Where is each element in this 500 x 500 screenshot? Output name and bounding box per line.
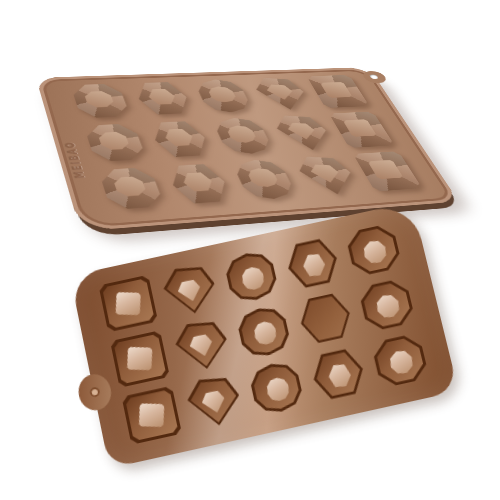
- bump-kite-gem: [250, 77, 313, 111]
- bump-octagon-gem: [82, 123, 148, 163]
- cavity-hexagon-gem: [283, 235, 343, 292]
- mold-cell: [165, 162, 234, 206]
- mold-cell: [172, 316, 232, 374]
- mold-cell: [283, 235, 343, 292]
- bump-grid: [69, 75, 422, 211]
- bump-square-gem: [353, 151, 423, 191]
- cavity-kite-gem: [160, 261, 220, 318]
- cavity-facet-layer: [116, 292, 141, 316]
- mold-cell: [306, 75, 369, 108]
- cavity-square-gem: [110, 330, 170, 388]
- bump-square-gem: [306, 75, 369, 108]
- mold-cell: [192, 79, 255, 114]
- cavity-round-gem: [221, 248, 281, 305]
- bump-round-gem: [230, 158, 300, 200]
- mold-cell: [295, 290, 356, 348]
- mold-cell: [270, 114, 336, 151]
- hang-hole: [89, 386, 101, 398]
- mold-cell: [234, 303, 295, 361]
- mold-cavity-view: [64, 214, 488, 498]
- mold-cell: [329, 111, 395, 148]
- bump-kite-gem: [292, 155, 362, 196]
- bump-hexagon-gem: [148, 120, 214, 159]
- embossed-brand-text: MEIBAO: [64, 141, 87, 178]
- cavity-round-gem: [234, 303, 295, 361]
- mold-cell: [230, 158, 300, 200]
- mold-cell: [356, 276, 417, 334]
- mold-cell: [221, 248, 281, 305]
- cavity-facet-layer: [298, 292, 353, 344]
- bump-hexagon-gem: [165, 162, 234, 206]
- cavity-kite-gem: [172, 316, 232, 374]
- bump-round-gem: [210, 117, 276, 155]
- mold-cell: [69, 83, 132, 119]
- cavity-octagon-gem: [343, 222, 403, 279]
- hang-hole: [369, 74, 379, 79]
- mold-cell: [250, 77, 313, 111]
- mold-cell: [99, 275, 159, 332]
- bump-octagon-gem: [97, 166, 166, 211]
- cavity-grid: [99, 222, 431, 445]
- mold-cell: [160, 261, 220, 318]
- mold-cell: [210, 117, 276, 155]
- mold-cell: [353, 151, 423, 191]
- mold-cell: [82, 123, 148, 163]
- cavity-square-gem: [99, 275, 159, 332]
- mold-underside-view: MEIBAO: [44, 10, 456, 228]
- cavity-facet-layer: [127, 347, 153, 371]
- mold-cell: [148, 120, 214, 159]
- bump-round-gem: [192, 79, 255, 114]
- bump-kite-gem: [270, 114, 336, 151]
- bump-octagon-gem: [69, 83, 132, 119]
- mold-cell: [110, 330, 170, 388]
- cavity-octagon-gem: [356, 276, 417, 334]
- hang-tab: [360, 71, 389, 84]
- cavity-hexagon-gem: [295, 290, 356, 348]
- silicone-tray-top: MEIBAO: [36, 67, 459, 231]
- mold-cell: [132, 81, 195, 116]
- cavity-facet-layer: [139, 403, 165, 427]
- mold-cell: [292, 155, 362, 196]
- mold-cell: [97, 166, 166, 211]
- bump-square-gem: [329, 111, 395, 148]
- bump-hexagon-gem: [132, 81, 195, 116]
- silicone-tray-bottom: [70, 202, 458, 469]
- mold-cell: [343, 222, 403, 279]
